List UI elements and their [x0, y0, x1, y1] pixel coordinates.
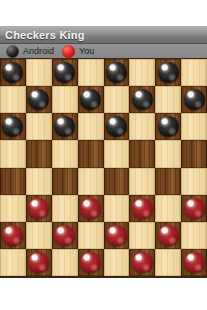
- square-r5c3[interactable]: [78, 195, 104, 222]
- black-piece-icon: [6, 45, 19, 58]
- checkers-board: [0, 58, 207, 278]
- legend-item-android: Android: [6, 45, 54, 58]
- square-r5c2[interactable]: [52, 195, 78, 222]
- square-r3c3[interactable]: [78, 140, 104, 167]
- square-r1c7[interactable]: [181, 86, 207, 113]
- status-area: [0, 0, 207, 26]
- square-r5c0[interactable]: [0, 195, 26, 222]
- square-r0c3[interactable]: [78, 59, 104, 86]
- square-r5c6[interactable]: [155, 195, 181, 222]
- red-man[interactable]: [132, 252, 153, 273]
- square-r1c2[interactable]: [52, 86, 78, 113]
- black-man[interactable]: [2, 116, 23, 137]
- black-man[interactable]: [106, 62, 127, 83]
- black-man[interactable]: [132, 89, 153, 110]
- square-r6c5[interactable]: [129, 222, 155, 249]
- square-r4c5[interactable]: [129, 168, 155, 195]
- square-r2c3[interactable]: [78, 113, 104, 140]
- square-r4c2[interactable]: [52, 168, 78, 195]
- square-r6c3[interactable]: [78, 222, 104, 249]
- square-r4c6[interactable]: [155, 168, 181, 195]
- black-man[interactable]: [54, 62, 75, 83]
- legend-label-android: Android: [23, 46, 54, 56]
- square-r1c4[interactable]: [104, 86, 130, 113]
- black-man[interactable]: [184, 89, 205, 110]
- square-r1c3[interactable]: [78, 86, 104, 113]
- square-r5c5[interactable]: [129, 195, 155, 222]
- square-r3c0[interactable]: [0, 140, 26, 167]
- square-r6c7[interactable]: [181, 222, 207, 249]
- square-r2c4[interactable]: [104, 113, 130, 140]
- square-r1c1[interactable]: [26, 86, 52, 113]
- square-r5c1[interactable]: [26, 195, 52, 222]
- black-man[interactable]: [158, 116, 179, 137]
- square-r0c7[interactable]: [181, 59, 207, 86]
- red-man[interactable]: [2, 225, 23, 246]
- square-r2c6[interactable]: [155, 113, 181, 140]
- square-r7c2[interactable]: [52, 249, 78, 276]
- square-r6c2[interactable]: [52, 222, 78, 249]
- red-man[interactable]: [184, 198, 205, 219]
- square-r0c5[interactable]: [129, 59, 155, 86]
- square-r3c4[interactable]: [104, 140, 130, 167]
- square-r7c7[interactable]: [181, 249, 207, 276]
- black-man[interactable]: [106, 116, 127, 137]
- black-man[interactable]: [158, 62, 179, 83]
- red-man[interactable]: [132, 198, 153, 219]
- red-man[interactable]: [158, 225, 179, 246]
- title-bar: Checkers King: [0, 26, 207, 44]
- square-r4c7[interactable]: [181, 168, 207, 195]
- square-r3c7[interactable]: [181, 140, 207, 167]
- legend-item-you: You: [62, 45, 94, 58]
- square-r4c3[interactable]: [78, 168, 104, 195]
- square-r6c6[interactable]: [155, 222, 181, 249]
- square-r2c1[interactable]: [26, 113, 52, 140]
- red-man[interactable]: [80, 198, 101, 219]
- black-man[interactable]: [28, 89, 49, 110]
- black-man[interactable]: [2, 62, 23, 83]
- square-r3c2[interactable]: [52, 140, 78, 167]
- square-r4c4[interactable]: [104, 168, 130, 195]
- red-man[interactable]: [80, 252, 101, 273]
- square-r4c0[interactable]: [0, 168, 26, 195]
- square-r7c0[interactable]: [0, 249, 26, 276]
- square-r2c2[interactable]: [52, 113, 78, 140]
- black-man[interactable]: [54, 116, 75, 137]
- square-r3c1[interactable]: [26, 140, 52, 167]
- legend-label-you: You: [79, 46, 94, 56]
- red-man[interactable]: [28, 198, 49, 219]
- square-r1c6[interactable]: [155, 86, 181, 113]
- square-r7c5[interactable]: [129, 249, 155, 276]
- square-r2c7[interactable]: [181, 113, 207, 140]
- square-r1c0[interactable]: [0, 86, 26, 113]
- square-r3c5[interactable]: [129, 140, 155, 167]
- square-r0c6[interactable]: [155, 59, 181, 86]
- square-r6c0[interactable]: [0, 222, 26, 249]
- footer-area: [0, 278, 207, 308]
- square-r0c4[interactable]: [104, 59, 130, 86]
- square-r3c6[interactable]: [155, 140, 181, 167]
- square-r7c1[interactable]: [26, 249, 52, 276]
- square-r0c0[interactable]: [0, 59, 26, 86]
- square-r7c3[interactable]: [78, 249, 104, 276]
- square-r6c4[interactable]: [104, 222, 130, 249]
- square-r7c6[interactable]: [155, 249, 181, 276]
- square-r2c5[interactable]: [129, 113, 155, 140]
- square-r1c5[interactable]: [129, 86, 155, 113]
- square-r0c1[interactable]: [26, 59, 52, 86]
- square-r0c2[interactable]: [52, 59, 78, 86]
- red-man[interactable]: [106, 225, 127, 246]
- square-r5c4[interactable]: [104, 195, 130, 222]
- square-r5c7[interactable]: [181, 195, 207, 222]
- player-legend: Android You: [0, 44, 207, 58]
- square-r7c4[interactable]: [104, 249, 130, 276]
- app-title: Checkers King: [5, 29, 85, 41]
- red-piece-icon: [62, 45, 75, 58]
- square-r2c0[interactable]: [0, 113, 26, 140]
- red-man[interactable]: [28, 252, 49, 273]
- red-man[interactable]: [54, 225, 75, 246]
- app-screen: Checkers King Android You: [0, 0, 207, 310]
- square-r6c1[interactable]: [26, 222, 52, 249]
- black-man[interactable]: [80, 89, 101, 110]
- square-r4c1[interactable]: [26, 168, 52, 195]
- red-man[interactable]: [184, 252, 205, 273]
